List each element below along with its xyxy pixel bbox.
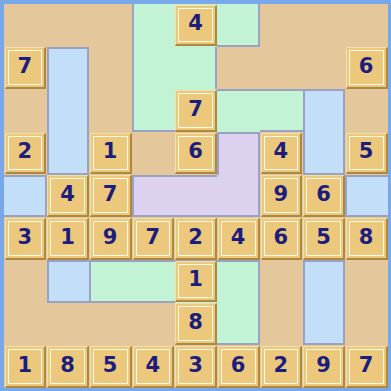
cell-r5c7[interactable]: 9 <box>260 175 303 218</box>
tile[interactable]: 1 <box>175 261 217 303</box>
cell-r7c2[interactable] <box>47 260 90 303</box>
cell-r6c3[interactable]: 9 <box>89 217 132 260</box>
tile[interactable]: 1 <box>5 346 47 388</box>
cell-r5c6[interactable] <box>217 175 260 218</box>
tile-digit: 4 <box>60 184 75 205</box>
cell-r6c5[interactable]: 2 <box>175 217 218 260</box>
tile[interactable]: 3 <box>5 218 47 260</box>
cell-r4c5[interactable]: 6 <box>175 132 218 175</box>
tile[interactable]: 2 <box>175 218 217 260</box>
cell-r4c1[interactable]: 2 <box>4 132 47 175</box>
tile-digit: 7 <box>146 227 161 248</box>
cell-r5c4[interactable] <box>132 175 175 218</box>
tile[interactable]: 5 <box>90 346 132 388</box>
cell-r1c6[interactable] <box>217 4 260 47</box>
cell-r1c7[interactable] <box>260 4 303 47</box>
cell-r7c1[interactable] <box>4 260 47 303</box>
tile[interactable]: 4 <box>133 346 175 388</box>
tile[interactable]: 7 <box>133 218 175 260</box>
tile-digit: 3 <box>18 227 33 248</box>
tile-digit: 3 <box>188 355 203 376</box>
tile-digit: 6 <box>274 227 289 248</box>
cell-r3c5[interactable]: 7 <box>175 89 218 132</box>
cell-r3c7[interactable] <box>260 89 303 132</box>
tile[interactable]: 8 <box>47 346 89 388</box>
tile[interactable]: 7 <box>90 175 132 217</box>
cell-r1c2[interactable] <box>47 4 90 47</box>
tile-digit: 9 <box>103 227 118 248</box>
tile-digit: 7 <box>103 184 118 205</box>
cell-r7c5[interactable]: 1 <box>175 260 218 303</box>
tile[interactable]: 9 <box>261 175 303 217</box>
tile-digit: 4 <box>146 355 161 376</box>
cell-r1c1[interactable] <box>4 4 47 47</box>
cell-r9c7[interactable]: 2 <box>260 345 303 388</box>
cell-r4c8[interactable] <box>303 132 346 175</box>
cell-r8c6[interactable] <box>217 303 260 346</box>
cell-r9c5[interactable]: 3 <box>175 345 218 388</box>
tile-digit: 7 <box>188 99 203 120</box>
tile-digit: 5 <box>359 141 374 162</box>
cell-r1c9[interactable] <box>345 4 388 47</box>
tile-digit: 6 <box>231 355 246 376</box>
cell-r7c8[interactable] <box>303 260 346 303</box>
tile[interactable]: 6 <box>346 47 388 89</box>
tile[interactable]: 6 <box>175 133 217 175</box>
tile[interactable]: 5 <box>346 133 388 175</box>
cell-r6c9[interactable]: 8 <box>345 217 388 260</box>
tile-digit: 2 <box>18 141 33 162</box>
cell-r8c8[interactable] <box>303 303 346 346</box>
tile-digit: 7 <box>359 355 374 376</box>
cell-r6c6[interactable]: 4 <box>217 217 260 260</box>
cell-r7c9[interactable] <box>345 260 388 303</box>
cell-r4c6[interactable] <box>217 132 260 175</box>
cell-r9c3[interactable]: 5 <box>89 345 132 388</box>
tile-digit: 4 <box>188 13 203 34</box>
tile-digit: 9 <box>316 355 331 376</box>
tile-digit: 1 <box>188 269 203 290</box>
cell-r1c4[interactable] <box>132 4 175 47</box>
cell-r2c9[interactable]: 6 <box>345 47 388 90</box>
tile-digit: 5 <box>316 227 331 248</box>
tile[interactable]: 4 <box>261 133 303 175</box>
cell-r6c7[interactable]: 6 <box>260 217 303 260</box>
tile-digit: 8 <box>188 312 203 333</box>
tile-digit: 1 <box>103 141 118 162</box>
tile[interactable]: 7 <box>5 47 47 89</box>
tile-digit: 1 <box>60 227 75 248</box>
tile-digit: 2 <box>274 355 289 376</box>
tile[interactable]: 9 <box>303 346 345 388</box>
tile[interactable]: 4 <box>218 218 260 260</box>
tile[interactable]: 7 <box>346 346 388 388</box>
cell-r6c8[interactable]: 5 <box>303 217 346 260</box>
cell-r5c1[interactable] <box>4 175 47 218</box>
tile[interactable]: 5 <box>303 218 345 260</box>
cell-r7c4[interactable] <box>132 260 175 303</box>
tile-digit: 9 <box>274 184 289 205</box>
cell-r3c6[interactable] <box>217 89 260 132</box>
tile[interactable]: 4 <box>47 175 89 217</box>
tile-digit: 6 <box>359 56 374 77</box>
cell-r3c1[interactable] <box>4 89 47 132</box>
cell-r2c4[interactable] <box>132 47 175 90</box>
cell-r4c4[interactable] <box>132 132 175 175</box>
tile-digit: 8 <box>359 227 374 248</box>
cell-r6c4[interactable]: 7 <box>132 217 175 260</box>
sudoku-grid: 476721645479631972465818185436297 <box>4 4 388 388</box>
cell-r3c9[interactable] <box>345 89 388 132</box>
cell-r8c7[interactable] <box>260 303 303 346</box>
tile-digit: 4 <box>231 227 246 248</box>
cell-r4c3[interactable]: 1 <box>89 132 132 175</box>
cell-r3c3[interactable] <box>89 89 132 132</box>
cell-r7c6[interactable] <box>217 260 260 303</box>
tile[interactable]: 8 <box>346 218 388 260</box>
tile[interactable]: 1 <box>90 133 132 175</box>
cell-r7c7[interactable] <box>260 260 303 303</box>
cell-r1c8[interactable] <box>303 4 346 47</box>
cell-r8c2[interactable] <box>47 303 90 346</box>
cell-r1c5[interactable]: 4 <box>175 4 218 47</box>
tile-digit: 2 <box>188 227 203 248</box>
cell-r7c3[interactable] <box>89 260 132 303</box>
tile[interactable]: 6 <box>261 218 303 260</box>
tile-digit: 6 <box>188 141 203 162</box>
cell-r8c9[interactable] <box>345 303 388 346</box>
cell-r2c8[interactable] <box>303 47 346 90</box>
tile[interactable]: 3 <box>175 346 217 388</box>
cell-r9c8[interactable]: 9 <box>303 345 346 388</box>
cell-r5c3[interactable]: 7 <box>89 175 132 218</box>
cell-r6c1[interactable]: 3 <box>4 217 47 260</box>
cell-r2c3[interactable] <box>89 47 132 90</box>
cell-r5c5[interactable] <box>175 175 218 218</box>
cell-r2c7[interactable] <box>260 47 303 90</box>
cell-r8c4[interactable] <box>132 303 175 346</box>
tile-digit: 7 <box>18 56 33 77</box>
cell-r9c4[interactable]: 4 <box>132 345 175 388</box>
tile[interactable]: 1 <box>47 218 89 260</box>
cell-r2c2[interactable] <box>47 47 90 90</box>
tile-digit: 4 <box>274 141 289 162</box>
tile-digit: 6 <box>316 184 331 205</box>
cell-r4c2[interactable] <box>47 132 90 175</box>
tile-digit: 5 <box>103 355 118 376</box>
cell-r2c5[interactable] <box>175 47 218 90</box>
cell-r5c8[interactable]: 6 <box>303 175 346 218</box>
tile[interactable]: 2 <box>5 133 47 175</box>
tile-digit: 8 <box>60 355 75 376</box>
tile[interactable]: 7 <box>175 90 217 132</box>
cell-r8c3[interactable] <box>89 303 132 346</box>
cell-r8c1[interactable] <box>4 303 47 346</box>
cell-r9c1[interactable]: 1 <box>4 345 47 388</box>
cell-r5c9[interactable] <box>345 175 388 218</box>
cell-r9c6[interactable]: 6 <box>217 345 260 388</box>
cell-r4c7[interactable]: 4 <box>260 132 303 175</box>
cell-r6c2[interactable]: 1 <box>47 217 90 260</box>
tile[interactable]: 6 <box>303 175 345 217</box>
cell-r1c3[interactable] <box>89 4 132 47</box>
tile[interactable]: 4 <box>175 5 217 47</box>
tile[interactable]: 9 <box>90 218 132 260</box>
tile[interactable]: 8 <box>175 303 217 345</box>
cell-r9c2[interactable]: 8 <box>47 345 90 388</box>
cell-r2c1[interactable]: 7 <box>4 47 47 90</box>
cell-r3c2[interactable] <box>47 89 90 132</box>
cell-r9c9[interactable]: 7 <box>345 345 388 388</box>
cell-r3c8[interactable] <box>303 89 346 132</box>
cell-r5c2[interactable]: 4 <box>47 175 90 218</box>
tile-digit: 1 <box>18 355 33 376</box>
cell-r2c6[interactable] <box>217 47 260 90</box>
sudoku-board-frame: 476721645479631972465818185436297 <box>0 0 391 391</box>
cell-r8c5[interactable]: 8 <box>175 303 218 346</box>
tile[interactable]: 2 <box>261 346 303 388</box>
cell-r3c4[interactable] <box>132 89 175 132</box>
tile[interactable]: 6 <box>218 346 260 388</box>
cell-r4c9[interactable]: 5 <box>345 132 388 175</box>
